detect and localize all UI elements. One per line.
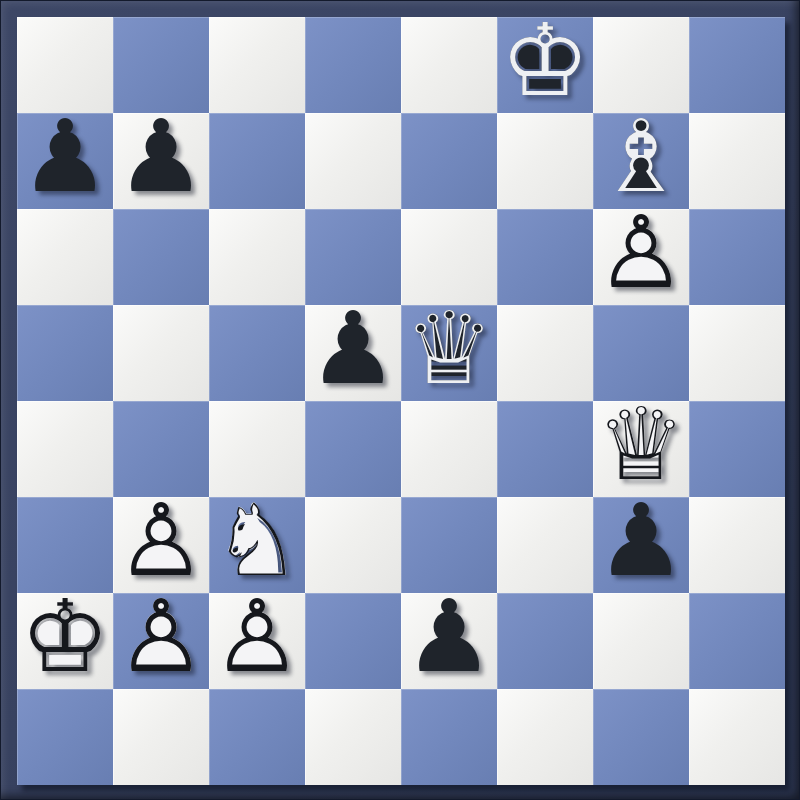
chess-app-window: ♚♔♟♟♝♗♟♙♟♛♕♛♕♟♙♞♘♟♚♔♟♙♟♙♟ [0, 0, 800, 800]
black-king-outline: ♔ [500, 11, 590, 111]
square-g6[interactable]: ♟♙ [593, 209, 689, 305]
black-bishop-outline: ♗ [596, 107, 686, 207]
piece-black-pawn-a7[interactable]: ♟ [17, 113, 113, 209]
square-e5[interactable]: ♛♕ [401, 305, 497, 401]
square-e1[interactable] [401, 689, 497, 785]
square-f3[interactable] [497, 497, 593, 593]
square-a2[interactable]: ♚♔ [17, 593, 113, 689]
black-queen-outline: ♕ [404, 299, 494, 399]
square-g2[interactable] [593, 593, 689, 689]
square-e8[interactable] [401, 17, 497, 113]
black-pawn-glyph: ♟ [596, 491, 686, 591]
square-d5[interactable]: ♟ [305, 305, 401, 401]
piece-black-king-f8[interactable]: ♚♔ [497, 17, 593, 113]
square-f5[interactable] [497, 305, 593, 401]
square-a4[interactable] [17, 401, 113, 497]
square-a5[interactable] [17, 305, 113, 401]
square-g1[interactable] [593, 689, 689, 785]
square-e4[interactable] [401, 401, 497, 497]
square-f4[interactable] [497, 401, 593, 497]
square-d2[interactable] [305, 593, 401, 689]
piece-white-pawn-g6[interactable]: ♟♙ [593, 209, 689, 305]
square-d3[interactable] [305, 497, 401, 593]
square-e7[interactable] [401, 113, 497, 209]
square-a1[interactable] [17, 689, 113, 785]
piece-black-pawn-d5[interactable]: ♟ [305, 305, 401, 401]
piece-black-pawn-e2[interactable]: ♟ [401, 593, 497, 689]
square-c5[interactable] [209, 305, 305, 401]
piece-white-pawn-b2[interactable]: ♟♙ [113, 593, 209, 689]
square-b2[interactable]: ♟♙ [113, 593, 209, 689]
black-pawn-glyph: ♟ [20, 107, 110, 207]
white-pawn-outline: ♙ [596, 203, 686, 303]
square-f8[interactable]: ♚♔ [497, 17, 593, 113]
white-queen-outline: ♕ [596, 395, 686, 495]
square-f6[interactable] [497, 209, 593, 305]
square-d8[interactable] [305, 17, 401, 113]
white-pawn-outline: ♙ [212, 587, 302, 687]
piece-black-queen-e5[interactable]: ♛♕ [401, 305, 497, 401]
square-b6[interactable] [113, 209, 209, 305]
board-frame: ♚♔♟♟♝♗♟♙♟♛♕♛♕♟♙♞♘♟♚♔♟♙♟♙♟ [0, 0, 800, 800]
piece-white-king-a2[interactable]: ♚♔ [17, 593, 113, 689]
square-h6[interactable] [689, 209, 785, 305]
black-pawn-glyph: ♟ [116, 107, 206, 207]
square-h5[interactable] [689, 305, 785, 401]
piece-black-pawn-g3[interactable]: ♟ [593, 497, 689, 593]
square-b5[interactable] [113, 305, 209, 401]
square-f7[interactable] [497, 113, 593, 209]
square-h2[interactable] [689, 593, 785, 689]
black-pawn-glyph: ♟ [308, 299, 398, 399]
square-a6[interactable] [17, 209, 113, 305]
square-d4[interactable] [305, 401, 401, 497]
white-pawn-outline: ♙ [116, 587, 206, 687]
black-pawn-glyph: ♟ [404, 587, 494, 687]
piece-black-pawn-b7[interactable]: ♟ [113, 113, 209, 209]
square-c8[interactable] [209, 17, 305, 113]
square-g3[interactable]: ♟ [593, 497, 689, 593]
square-d1[interactable] [305, 689, 401, 785]
white-pawn-outline: ♙ [116, 491, 206, 591]
white-king-outline: ♔ [20, 587, 110, 687]
square-a7[interactable]: ♟ [17, 113, 113, 209]
square-b1[interactable] [113, 689, 209, 785]
square-d7[interactable] [305, 113, 401, 209]
square-h7[interactable] [689, 113, 785, 209]
square-h1[interactable] [689, 689, 785, 785]
square-e2[interactable]: ♟ [401, 593, 497, 689]
square-c6[interactable] [209, 209, 305, 305]
square-c2[interactable]: ♟♙ [209, 593, 305, 689]
square-f2[interactable] [497, 593, 593, 689]
square-h3[interactable] [689, 497, 785, 593]
square-c1[interactable] [209, 689, 305, 785]
square-c7[interactable] [209, 113, 305, 209]
square-f1[interactable] [497, 689, 593, 785]
square-h4[interactable] [689, 401, 785, 497]
chess-board: ♚♔♟♟♝♗♟♙♟♛♕♛♕♟♙♞♘♟♚♔♟♙♟♙♟ [17, 17, 785, 785]
square-b7[interactable]: ♟ [113, 113, 209, 209]
piece-white-pawn-c2[interactable]: ♟♙ [209, 593, 305, 689]
square-h8[interactable] [689, 17, 785, 113]
white-knight-outline: ♘ [212, 491, 302, 591]
